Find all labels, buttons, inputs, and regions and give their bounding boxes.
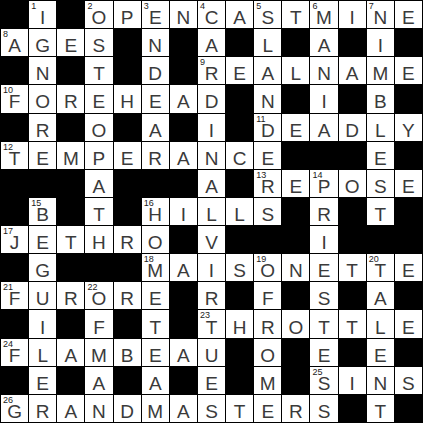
cell-r3c13[interactable]: A [339,57,366,84]
black-cell-r7c2 [29,170,56,197]
cell-letter: E [374,143,387,168]
cell-r11c14[interactable]: A [367,282,394,309]
cell-r15c14[interactable]: T [367,395,394,422]
cell-r15c7[interactable]: A [170,395,197,422]
cell-letter: R [205,58,219,83]
black-cell-r6c11 [282,142,309,169]
cell-r3c12[interactable]: N [310,57,337,84]
cell-letter: A [177,396,190,421]
cell-r13c3[interactable]: A [57,339,84,366]
cell-r12c4[interactable]: F [85,310,112,337]
cell-letter: E [149,86,162,111]
cell-r13c1[interactable]: 24F [1,339,28,366]
cell-r5c8[interactable]: I [198,114,225,141]
cell-letter: Y [402,115,415,140]
cell-r15c8[interactable]: S [198,395,225,422]
cell-letter: T [65,227,77,252]
cell-r14c4[interactable]: A [85,367,112,394]
clue-number-6: 6 [312,1,317,11]
cell-r15c5[interactable]: D [114,395,141,422]
cell-letter: N [261,86,275,111]
cell-r5c13[interactable]: D [339,114,366,141]
cell-r12c11[interactable]: O [282,310,309,337]
cell-r11c5[interactable]: R [114,282,141,309]
clue-number-23: 23 [200,310,210,320]
cell-letter: E [121,143,134,168]
cell-letter: N [289,255,303,280]
cell-letter: E [36,143,49,168]
black-cell-r10c5 [114,254,141,281]
black-cell-r2c9 [226,29,253,56]
cell-letter: A [149,115,162,140]
black-cell-r3c3 [57,57,84,84]
cell-r1c8[interactable]: 4C [198,1,225,28]
clue-number-26: 26 [3,395,13,405]
clue-number-11: 11 [256,114,265,124]
cell-r13c7[interactable]: A [170,339,197,366]
cell-r3c9[interactable]: E [226,57,253,84]
cell-r10c7[interactable]: A [170,254,197,281]
black-cell-r7c6 [142,170,169,197]
cell-letter: T [149,312,161,337]
black-cell-r3c1 [1,57,28,84]
cell-r3c2[interactable]: N [29,57,56,84]
cell-letter: A [93,368,106,393]
cell-letter: N [205,143,219,168]
cell-letter: A [346,58,359,83]
cell-letter: E [36,227,49,252]
cell-r1c11[interactable]: T [282,1,309,28]
cell-r13c6[interactable]: E [142,339,169,366]
cell-r1c13[interactable]: I [339,1,366,28]
black-cell-r15c13 [339,395,366,422]
cell-r4c6[interactable]: E [142,85,169,112]
cell-letter: E [261,396,274,421]
cell-r6c8[interactable]: N [198,142,225,169]
cell-letter: E [36,368,49,393]
cell-r6c1[interactable]: 12T [1,142,28,169]
cell-r13c12[interactable]: E [310,339,337,366]
cell-letter: T [93,199,105,224]
cell-r4c7[interactable]: A [170,85,197,112]
cell-r9c4[interactable]: H [85,226,112,253]
cell-letter: E [261,143,274,168]
cell-r12c13[interactable]: T [339,310,366,337]
cell-r10c15[interactable]: E [395,254,422,281]
cell-letter: S [402,368,415,393]
black-cell-r14c11 [282,367,309,394]
cell-letter: I [209,115,214,140]
clue-number-3: 3 [144,1,149,11]
cell-r12c15[interactable]: E [395,310,422,337]
black-cell-r15c15 [395,395,422,422]
cell-letter: S [318,396,331,421]
black-cell-r4c11 [282,85,309,112]
black-cell-r8c1 [1,198,28,225]
cell-letter: E [318,255,331,280]
cell-r7c13[interactable]: O [339,170,366,197]
cell-letter: A [205,171,218,196]
clue-number-13: 13 [256,170,266,180]
cell-letter: R [317,199,331,224]
cell-r5c15[interactable]: Y [395,114,422,141]
black-cell-r11c11 [282,282,309,309]
cell-letter: C [233,143,247,168]
cell-r2c2[interactable]: G [29,29,56,56]
cell-letter: S [233,255,246,280]
cell-r10c9[interactable]: S [226,254,253,281]
cell-letter: R [148,143,162,168]
cell-r3c14[interactable]: M [367,57,394,84]
cell-r5c6[interactable]: A [142,114,169,141]
crossword-grid: 1I2OP3EN4CA5ST6MI7NE8AGESNALAINTD9REALNA… [0,0,423,423]
cell-r3c15[interactable]: E [395,57,422,84]
cell-r9c1[interactable]: 17J [1,226,28,253]
cell-letter: L [206,199,217,224]
cell-letter: A [149,368,162,393]
black-cell-r9c7 [170,226,197,253]
cell-r1c14[interactable]: 7N [367,1,394,28]
cell-r7c4[interactable]: A [85,170,112,197]
cell-letter: S [205,396,218,421]
clue-number-19: 19 [256,254,266,264]
cell-r2c8[interactable]: A [198,29,225,56]
cell-r10c8[interactable]: I [198,254,225,281]
cell-r11c6[interactable]: E [142,282,169,309]
cell-r15c11[interactable]: R [282,395,309,422]
cell-letter: O [345,171,360,196]
black-cell-r13c15 [395,339,422,366]
black-cell-r7c7 [170,170,197,197]
cell-letter: T [346,255,358,280]
black-cell-r4c9 [226,85,253,112]
cell-r11c12[interactable]: S [310,282,337,309]
cell-r6c7[interactable]: A [170,142,197,169]
cell-r9c6[interactable]: O [142,226,169,253]
clue-number-21: 21 [3,282,13,292]
cell-letter: T [93,58,105,83]
cell-r8c9[interactable]: L [226,198,253,225]
cell-r5c4[interactable]: O [85,114,112,141]
black-cell-r9c15 [395,226,422,253]
cell-letter: M [372,58,388,83]
clue-number-22: 22 [87,282,97,292]
cell-r15c6[interactable]: M [142,395,169,422]
cell-r1c5[interactable]: P [114,1,141,28]
black-cell-r5c5 [114,114,141,141]
clue-number-7: 7 [369,1,374,11]
cell-letter: E [149,283,162,308]
black-cell-r9c14 [367,226,394,253]
cell-letter: A [318,115,331,140]
cell-r12c2[interactable]: I [29,310,56,337]
cell-r4c4[interactable]: E [85,85,112,112]
cell-r11c4[interactable]: 22O [85,282,112,309]
cell-r14c2[interactable]: E [29,367,56,394]
cell-r15c1[interactable]: 26G [1,395,28,422]
cell-r6c14[interactable]: E [367,142,394,169]
cell-letter: R [205,283,219,308]
black-cell-r13c11 [282,339,309,366]
cell-r1c12[interactable]: 6M [310,1,337,28]
cell-r14c6[interactable]: A [142,367,169,394]
cell-letter: I [40,2,45,27]
cell-r1c6[interactable]: 3E [142,1,169,28]
cell-r14c14[interactable]: N [367,367,394,394]
cell-r8c2[interactable]: 15B [29,198,56,225]
cell-letter: R [289,396,303,421]
clue-number-9: 9 [200,57,205,67]
cell-r4c10[interactable]: N [254,85,281,112]
black-cell-r11c13 [339,282,366,309]
cell-r7c14[interactable]: S [367,170,394,197]
black-cell-r13c9 [226,339,253,366]
black-cell-r3c5 [114,57,141,84]
cell-r14c15[interactable]: S [395,367,422,394]
cell-r5c10[interactable]: 11D [254,114,281,141]
cell-r14c12[interactable]: 25S [310,367,337,394]
cell-r4c12[interactable]: I [310,85,337,112]
cell-r2c12[interactable]: A [310,29,337,56]
cell-r5c2[interactable]: R [29,114,56,141]
cell-r13c8[interactable]: U [198,339,225,366]
cell-r4c2[interactable]: O [29,85,56,112]
cell-letter: N [148,30,162,55]
cell-r12c10[interactable]: R [254,310,281,337]
black-cell-r5c9 [226,114,253,141]
black-cell-r11c9 [226,282,253,309]
cell-letter: A [64,396,77,421]
cell-letter: I [321,86,326,111]
cell-r6c5[interactable]: E [114,142,141,169]
cell-letter: R [261,312,275,337]
cell-r6c10[interactable]: E [254,142,281,169]
cell-letter: T [346,312,358,337]
cell-r9c5[interactable]: R [114,226,141,253]
cell-letter: G [35,255,50,280]
cell-r8c14[interactable]: T [367,198,394,225]
cell-r6c6[interactable]: R [142,142,169,169]
cell-r10c11[interactable]: N [282,254,309,281]
cell-r9c2[interactable]: E [29,226,56,253]
cell-letter: S [318,283,331,308]
cell-r1c15[interactable]: E [395,1,422,28]
cell-letter: N [36,58,50,83]
cell-r9c8[interactable]: V [198,226,225,253]
cell-r10c10[interactable]: 19O [254,254,281,281]
cell-letter: A [374,283,387,308]
cell-r8c12[interactable]: R [310,198,337,225]
cell-r14c13[interactable]: I [339,367,366,394]
cell-r4c3[interactable]: R [57,85,84,112]
clue-number-8: 8 [3,29,8,39]
cell-r11c8[interactable]: R [198,282,225,309]
cell-r5c14[interactable]: L [367,114,394,141]
cell-r12c8[interactable]: 23T [198,310,225,337]
cell-letter: F [93,312,105,337]
cell-r1c2[interactable]: 1I [29,1,56,28]
black-cell-r2c5 [114,29,141,56]
cell-letter: H [120,86,134,111]
black-cell-r8c13 [339,198,366,225]
cell-r12c9[interactable]: H [226,310,253,337]
cell-r2c3[interactable]: E [57,29,84,56]
cell-r8c6[interactable]: 16H [142,198,169,225]
cell-letter: B [121,340,134,365]
black-cell-r5c7 [170,114,197,141]
clue-number-12: 12 [3,142,13,152]
cell-r3c8[interactable]: 9R [198,57,225,84]
cell-r12c6[interactable]: T [142,310,169,337]
cell-r11c10[interactable]: F [254,282,281,309]
black-cell-r8c3 [57,198,84,225]
cell-letter: N [317,58,331,83]
cell-r10c6[interactable]: 18M [142,254,169,281]
cell-r10c12[interactable]: E [310,254,337,281]
cell-r8c10[interactable]: S [254,198,281,225]
black-cell-r4c13 [339,85,366,112]
clue-number-24: 24 [3,339,13,349]
cell-r3c6[interactable]: D [142,57,169,84]
cell-letter: A [93,171,106,196]
black-cell-r8c5 [114,198,141,225]
cell-letter: O [260,340,275,365]
cell-letter: E [149,340,162,365]
cell-r15c9[interactable]: T [226,395,253,422]
clue-number-2: 2 [87,1,92,11]
cell-letter: A [205,30,218,55]
black-cell-r3c7 [170,57,197,84]
cell-letter: I [350,368,355,393]
cell-letter: A [8,30,21,55]
cell-r12c12[interactable]: T [310,310,337,337]
cell-r15c2[interactable]: R [29,395,56,422]
cell-r2c10[interactable]: L [254,29,281,56]
cell-letter: E [290,115,303,140]
cell-letter: E [149,2,162,27]
black-cell-r2c11 [282,29,309,56]
cell-r6c2[interactable]: E [29,142,56,169]
cell-r13c2[interactable]: L [29,339,56,366]
cell-r3c4[interactable]: T [85,57,112,84]
cell-r15c3[interactable]: A [57,395,84,422]
cell-letter: D [345,115,359,140]
cell-letter: A [261,58,274,83]
cell-r4c14[interactable]: B [367,85,394,112]
cell-r1c9[interactable]: A [226,1,253,28]
black-cell-r7c3 [57,170,84,197]
cell-r10c13[interactable]: T [339,254,366,281]
cell-r8c8[interactable]: L [198,198,225,225]
cell-r6c3[interactable]: M [57,142,84,169]
cell-r2c6[interactable]: N [142,29,169,56]
cell-letter: S [93,30,106,55]
cell-letter: T [318,312,330,337]
cell-r13c14[interactable]: E [367,339,394,366]
cell-letter: A [177,143,190,168]
cell-r2c4[interactable]: S [85,29,112,56]
cell-r6c4[interactable]: P [85,142,112,169]
clue-number-17: 17 [3,226,13,236]
cell-letter: A [64,340,77,365]
cell-r10c2[interactable]: G [29,254,56,281]
cell-r11c1[interactable]: 21F [1,282,28,309]
cell-r2c1[interactable]: 8A [1,29,28,56]
cell-letter: R [120,227,134,252]
cell-letter: E [402,171,415,196]
cell-letter: R [64,86,78,111]
cell-r3c11[interactable]: L [282,57,309,84]
cell-r5c12[interactable]: A [310,114,337,141]
cell-r4c8[interactable]: D [198,85,225,112]
black-cell-r14c5 [114,367,141,394]
cell-letter: E [64,30,77,55]
cell-letter: V [205,227,218,252]
cell-letter: G [35,30,50,55]
cell-r9c12[interactable]: I [310,226,337,253]
cell-r4c1[interactable]: 10F [1,85,28,112]
black-cell-r7c1 [1,170,28,197]
cell-r15c12[interactable]: S [310,395,337,422]
cell-r10c14[interactable]: 20T [367,254,394,281]
cell-r1c7[interactable]: N [170,1,197,28]
cell-letter: S [261,2,274,27]
cell-r13c5[interactable]: B [114,339,141,366]
cell-r7c15[interactable]: E [395,170,422,197]
cell-r11c3[interactable]: R [57,282,84,309]
cell-r13c10[interactable]: O [254,339,281,366]
cell-r2c14[interactable]: I [367,29,394,56]
cell-r1c4[interactable]: 2O [85,1,112,28]
cell-r7c10[interactable]: 13R [254,170,281,197]
cell-r15c10[interactable]: E [254,395,281,422]
black-cell-r9c13 [339,226,366,253]
cell-letter: P [93,143,106,168]
cell-r13c4[interactable]: M [85,339,112,366]
cell-r7c12[interactable]: 14P [310,170,337,197]
cell-r5c11[interactable]: E [282,114,309,141]
cell-letter: N [373,2,387,27]
cell-r8c4[interactable]: T [85,198,112,225]
cell-letter: E [290,171,303,196]
black-cell-r1c1 [1,1,28,28]
cell-r3c10[interactable]: A [254,57,281,84]
cell-r7c8[interactable]: A [198,170,225,197]
cell-letter: E [318,340,331,365]
cell-letter: I [378,30,383,55]
cell-r15c4[interactable]: N [85,395,112,422]
cell-letter: M [63,143,79,168]
cell-r8c7[interactable]: I [170,198,197,225]
cell-r14c10[interactable]: M [254,367,281,394]
black-cell-r1c3 [57,1,84,28]
black-cell-r2c13 [339,29,366,56]
cell-r9c3[interactable]: T [57,226,84,253]
black-cell-r8c11 [282,198,309,225]
black-cell-r6c12 [310,142,337,169]
cell-letter: S [374,171,387,196]
black-cell-r2c15 [395,29,422,56]
cell-r4c5[interactable]: H [114,85,141,112]
cell-r1c10[interactable]: 5S [254,1,281,28]
cell-r14c8[interactable]: E [198,367,225,394]
cell-r11c2[interactable]: U [29,282,56,309]
cell-r7c11[interactable]: E [282,170,309,197]
cell-r6c9[interactable]: C [226,142,253,169]
cell-letter: I [209,255,214,280]
cell-letter: F [262,283,274,308]
cell-r12c14[interactable]: L [367,310,394,337]
